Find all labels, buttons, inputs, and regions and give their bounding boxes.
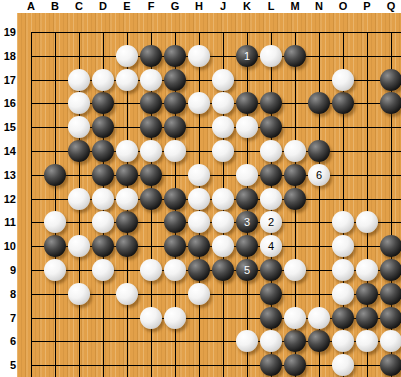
stone-G9[interactable] (164, 259, 186, 281)
grid-cell[interactable] (391, 175, 401, 199)
grid-cell[interactable] (55, 32, 79, 56)
grid-cell[interactable] (151, 341, 175, 365)
stone-H9[interactable] (188, 259, 210, 281)
stone-D17[interactable] (92, 69, 114, 91)
col-label-C: C (67, 0, 91, 13)
stone-F17[interactable] (140, 69, 162, 91)
grid-cell[interactable] (55, 318, 79, 342)
col-label-B: B (43, 0, 67, 13)
stone-L18[interactable] (260, 45, 282, 67)
col-label-O: O (331, 0, 355, 13)
grid-cell[interactable] (391, 199, 401, 223)
grid-cell[interactable] (31, 341, 55, 365)
row-label-18: 18 (0, 49, 16, 63)
stone-K18[interactable]: 1 (236, 45, 258, 67)
stone-L9[interactable] (260, 259, 282, 281)
stone-H18[interactable] (188, 45, 210, 67)
stone-F18[interactable] (140, 45, 162, 67)
stone-G14[interactable] (164, 140, 186, 162)
stone-C14[interactable] (68, 140, 90, 162)
stone-M14[interactable] (284, 140, 306, 162)
grid-cell[interactable] (319, 32, 343, 56)
stone-O8[interactable] (332, 283, 354, 305)
stone-D14[interactable] (92, 140, 114, 162)
stone-O9[interactable] (332, 259, 354, 281)
grid-cell[interactable] (31, 56, 55, 80)
stone-K9[interactable]: 5 (236, 259, 258, 281)
stone-Q9[interactable] (380, 259, 401, 281)
stone-H12[interactable] (188, 188, 210, 210)
col-label-D: D (91, 0, 115, 13)
grid-cell[interactable] (103, 341, 127, 365)
grid-cell[interactable] (343, 175, 367, 199)
go-board-screenshot: ABCDEFGHJKLMNOPQ 19181716151413121110987… (0, 0, 401, 377)
row-label-8: 8 (0, 287, 16, 301)
grid-cell[interactable] (391, 151, 401, 175)
stone-C8[interactable] (68, 283, 90, 305)
stone-L13[interactable] (260, 164, 282, 186)
stone-F9[interactable] (140, 259, 162, 281)
grid-cell[interactable] (199, 365, 223, 377)
row-label-9: 9 (0, 263, 16, 277)
stone-H8[interactable] (188, 283, 210, 305)
col-label-E: E (115, 0, 139, 13)
grid-cell[interactable] (343, 127, 367, 151)
grid-cell[interactable] (31, 32, 55, 56)
col-label-G: G (163, 0, 187, 13)
col-label-F: F (139, 0, 163, 13)
stone-J14[interactable] (212, 140, 234, 162)
grid-cell[interactable] (199, 318, 223, 342)
row-label-10: 10 (0, 239, 16, 253)
grid-cell[interactable] (31, 365, 55, 377)
stone-C17[interactable] (68, 69, 90, 91)
row-label-15: 15 (0, 120, 16, 134)
stone-M12[interactable] (284, 188, 306, 210)
grid-cell[interactable] (79, 32, 103, 56)
stone-G7[interactable] (164, 307, 186, 329)
grid-cell[interactable] (367, 151, 391, 175)
grid-cell[interactable] (223, 294, 247, 318)
stone-J17[interactable] (212, 69, 234, 91)
stone-D9[interactable] (92, 259, 114, 281)
row-label-12: 12 (0, 192, 16, 206)
grid-cell[interactable] (223, 365, 247, 377)
stone-B13[interactable] (44, 164, 66, 186)
grid-cell[interactable] (175, 341, 199, 365)
row-label-16: 16 (0, 96, 16, 110)
stone-L8[interactable] (260, 283, 282, 305)
stone-M18[interactable] (284, 45, 306, 67)
grid-cell[interactable] (343, 32, 367, 56)
grid-cell[interactable] (391, 127, 401, 151)
stone-P7[interactable] (356, 307, 378, 329)
stone-Q17[interactable] (380, 69, 401, 91)
stone-D12[interactable] (92, 188, 114, 210)
grid-cell[interactable] (295, 222, 319, 246)
row-label-5: 5 (0, 358, 16, 372)
grid-cell[interactable] (103, 365, 127, 377)
row-label-19: 19 (0, 25, 16, 39)
grid-cell[interactable] (367, 32, 391, 56)
grid-cell[interactable] (79, 318, 103, 342)
stone-M7[interactable] (284, 307, 306, 329)
stone-Q16[interactable] (380, 92, 401, 114)
stone-G17[interactable] (164, 69, 186, 91)
stone-H13[interactable] (188, 164, 210, 186)
row-label-14: 14 (0, 144, 16, 158)
stone-Q5[interactable] (380, 354, 401, 376)
col-label-A: A (19, 0, 43, 13)
col-label-M: M (283, 0, 307, 13)
grid-cell[interactable] (367, 127, 391, 151)
stone-G12[interactable] (164, 188, 186, 210)
stone-O17[interactable] (332, 69, 354, 91)
col-label-K: K (235, 0, 259, 13)
stone-L12[interactable] (260, 188, 282, 210)
stone-B9[interactable] (44, 259, 66, 281)
row-label-13: 13 (0, 168, 16, 182)
grid-cell[interactable] (127, 365, 151, 377)
grid-cell[interactable] (55, 365, 79, 377)
grid-cell[interactable] (31, 127, 55, 151)
stone-N14[interactable] (308, 140, 330, 162)
stone-L7[interactable] (260, 307, 282, 329)
stone-Q7[interactable] (380, 307, 401, 329)
col-label-Q: Q (379, 0, 401, 13)
grid-cell[interactable] (127, 341, 151, 365)
stone-N7[interactable] (308, 307, 330, 329)
grid-cell[interactable] (103, 318, 127, 342)
stone-F14[interactable] (140, 140, 162, 162)
stone-G18[interactable] (164, 45, 186, 67)
grid-cell[interactable] (343, 151, 367, 175)
stone-P9[interactable] (356, 259, 378, 281)
stone-J12[interactable] (212, 188, 234, 210)
stone-O7[interactable] (332, 307, 354, 329)
stone-N13[interactable]: 6 (308, 164, 330, 186)
grid-cell[interactable] (175, 365, 199, 377)
grid-cell[interactable] (151, 365, 175, 377)
col-label-N: N (307, 0, 331, 13)
row-label-6: 6 (0, 334, 16, 348)
stone-K13[interactable] (236, 164, 258, 186)
stone-P8[interactable] (356, 283, 378, 305)
stone-K12[interactable] (236, 188, 258, 210)
col-label-J: J (211, 0, 235, 13)
stone-Q6[interactable] (380, 330, 401, 352)
grid-cell[interactable] (31, 103, 55, 127)
col-label-H: H (187, 0, 211, 13)
stone-F13[interactable] (140, 164, 162, 186)
stone-C12[interactable] (68, 188, 90, 210)
stone-F12[interactable] (140, 188, 162, 210)
stone-E13[interactable] (116, 164, 138, 186)
col-label-P: P (355, 0, 379, 13)
stone-E12[interactable] (116, 188, 138, 210)
grid-cell[interactable] (367, 175, 391, 199)
stone-D13[interactable] (92, 164, 114, 186)
stone-Q10[interactable] (380, 235, 401, 257)
stone-J9[interactable] (212, 259, 234, 281)
stone-M13[interactable] (284, 164, 306, 186)
grid-cell[interactable] (199, 341, 223, 365)
grid-cell[interactable] (79, 365, 103, 377)
grid-cell[interactable] (31, 318, 55, 342)
stone-Q8[interactable] (380, 283, 401, 305)
stone-L14[interactable] (260, 140, 282, 162)
col-label-L: L (259, 0, 283, 13)
stone-F7[interactable] (140, 307, 162, 329)
row-label-11: 11 (0, 215, 16, 229)
stone-E17[interactable] (116, 69, 138, 91)
grid-cell[interactable] (55, 341, 79, 365)
row-label-17: 17 (0, 73, 16, 87)
grid-cell[interactable] (79, 341, 103, 365)
grid-cell[interactable] (391, 32, 401, 56)
stone-E14[interactable] (116, 140, 138, 162)
stone-E18[interactable] (116, 45, 138, 67)
row-label-7: 7 (0, 311, 16, 325)
grid-cell[interactable] (31, 294, 55, 318)
stone-M9[interactable] (284, 259, 306, 281)
grid-cell[interactable] (31, 80, 55, 104)
stone-E8[interactable] (116, 283, 138, 305)
